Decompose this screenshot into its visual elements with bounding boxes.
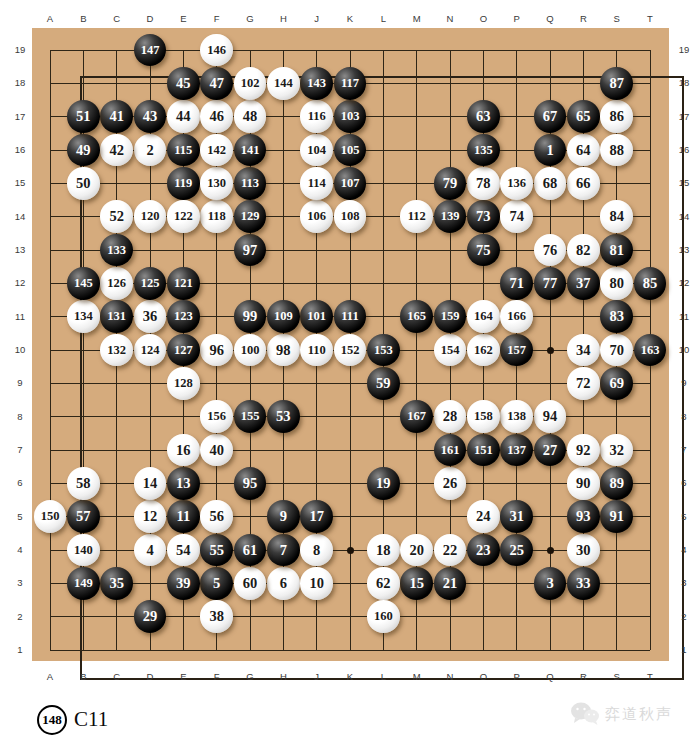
column-label-S: S (605, 670, 629, 684)
black-stone-51: 51 (67, 100, 100, 133)
column-label-K: K (338, 12, 362, 26)
row-label-19: 19 (672, 43, 696, 57)
white-stone-162: 162 (467, 334, 500, 367)
column-label-C: C (105, 670, 129, 684)
white-stone-14: 14 (134, 467, 167, 500)
black-stone-137: 137 (500, 434, 533, 467)
column-label-F: F (205, 670, 229, 684)
black-stone-95: 95 (234, 467, 267, 500)
black-stone-145: 145 (67, 267, 100, 300)
black-stone-113: 113 (234, 167, 267, 200)
row-label-8: 8 (672, 410, 696, 424)
white-stone-6: 6 (267, 567, 300, 600)
white-stone-92: 92 (567, 434, 600, 467)
white-stone-158: 158 (467, 400, 500, 433)
black-stone-65: 65 (567, 100, 600, 133)
white-stone-30: 30 (567, 534, 600, 567)
column-label-T: T (638, 670, 662, 684)
white-stone-56: 56 (200, 500, 233, 533)
row-label-7: 7 (8, 443, 32, 457)
column-label-N: N (438, 12, 462, 26)
black-stone-81: 81 (600, 234, 633, 267)
white-stone-72: 72 (567, 367, 600, 400)
white-stone-50: 50 (67, 167, 100, 200)
row-label-14: 14 (8, 210, 32, 224)
black-stone-129: 129 (234, 200, 267, 233)
white-stone-16: 16 (167, 434, 200, 467)
row-label-2: 2 (8, 610, 32, 624)
column-label-H: H (271, 12, 295, 26)
white-stone-42: 42 (100, 134, 133, 167)
white-stone-128: 128 (167, 367, 200, 400)
white-stone-132: 132 (100, 334, 133, 367)
black-stone-93: 93 (567, 500, 600, 533)
white-stone-66: 66 (567, 167, 600, 200)
white-stone-126: 126 (100, 267, 133, 300)
white-stone-20: 20 (400, 534, 433, 567)
white-stone-38: 38 (200, 600, 233, 633)
watermark-text: 弈道秋声 (605, 705, 673, 724)
column-label-E: E (171, 670, 195, 684)
white-stone-82: 82 (567, 234, 600, 267)
white-stone-140: 140 (67, 534, 100, 567)
white-stone-26: 26 (434, 467, 467, 500)
white-stone-156: 156 (200, 400, 233, 433)
row-label-5: 5 (672, 510, 696, 524)
black-stone-25: 25 (500, 534, 533, 567)
white-stone-164: 164 (467, 300, 500, 333)
column-label-S: S (605, 12, 629, 26)
white-stone-166: 166 (500, 300, 533, 333)
white-stone-112: 112 (400, 200, 433, 233)
black-stone-37: 37 (567, 267, 600, 300)
black-stone-17: 17 (300, 500, 333, 533)
white-stone-46: 46 (200, 100, 233, 133)
column-label-N: N (438, 670, 462, 684)
row-label-10: 10 (8, 343, 32, 357)
white-stone-136: 136 (500, 167, 533, 200)
row-label-9: 9 (8, 376, 32, 390)
row-label-15: 15 (672, 176, 696, 190)
column-label-T: T (638, 12, 662, 26)
row-label-14: 14 (672, 210, 696, 224)
row-label-12: 12 (672, 276, 696, 290)
black-stone-9: 9 (267, 500, 300, 533)
black-stone-111: 111 (334, 300, 367, 333)
column-label-O: O (471, 670, 495, 684)
black-stone-47: 47 (200, 67, 233, 100)
row-label-17: 17 (672, 110, 696, 124)
white-stone-130: 130 (200, 167, 233, 200)
column-label-L: L (371, 12, 395, 26)
black-stone-91: 91 (600, 500, 633, 533)
star-point (547, 547, 554, 554)
black-stone-159: 159 (434, 300, 467, 333)
row-label-3: 3 (8, 576, 32, 590)
column-label-Q: Q (538, 12, 562, 26)
white-stone-118: 118 (200, 200, 233, 233)
black-stone-67: 67 (534, 100, 567, 133)
black-stone-139: 139 (434, 200, 467, 233)
row-label-2: 2 (672, 610, 696, 624)
watermark: 弈道秋声 (570, 701, 673, 727)
caption-move-number: 148 (42, 712, 62, 728)
black-stone-103: 103 (334, 100, 367, 133)
grid-line-h (50, 650, 650, 651)
white-stone-88: 88 (600, 134, 633, 167)
black-stone-165: 165 (400, 300, 433, 333)
white-stone-36: 36 (134, 300, 167, 333)
white-stone-138: 138 (500, 400, 533, 433)
black-stone-73: 73 (467, 200, 500, 233)
row-label-1: 1 (672, 643, 696, 657)
white-stone-12: 12 (134, 500, 167, 533)
column-label-M: M (405, 670, 429, 684)
white-stone-40: 40 (200, 434, 233, 467)
row-label-4: 4 (8, 543, 32, 557)
black-stone-117: 117 (334, 67, 367, 100)
white-stone-74: 74 (500, 200, 533, 233)
black-stone-85: 85 (634, 267, 667, 300)
black-stone-21: 21 (434, 567, 467, 600)
white-stone-120: 120 (134, 200, 167, 233)
row-label-7: 7 (672, 443, 696, 457)
goban: 1234567891011121314151617181920212223242… (32, 28, 669, 661)
black-stone-55: 55 (200, 534, 233, 567)
row-label-17: 17 (8, 110, 32, 124)
column-label-C: C (105, 12, 129, 26)
white-stone-62: 62 (367, 567, 400, 600)
black-stone-31: 31 (500, 500, 533, 533)
black-stone-45: 45 (167, 67, 200, 100)
star-point (547, 347, 554, 354)
white-stone-78: 78 (467, 167, 500, 200)
row-label-8: 8 (8, 410, 32, 424)
black-stone-33: 33 (567, 567, 600, 600)
column-label-K: K (338, 670, 362, 684)
white-stone-106: 106 (300, 200, 333, 233)
black-stone-69: 69 (600, 367, 633, 400)
caption-white-stone: 148 (37, 705, 67, 735)
white-stone-114: 114 (300, 167, 333, 200)
star-point (347, 547, 354, 554)
row-label-13: 13 (8, 243, 32, 257)
black-stone-143: 143 (300, 67, 333, 100)
white-stone-28: 28 (434, 400, 467, 433)
column-label-F: F (205, 12, 229, 26)
black-stone-167: 167 (400, 400, 433, 433)
black-stone-127: 127 (167, 334, 200, 367)
black-stone-131: 131 (100, 300, 133, 333)
white-stone-24: 24 (467, 500, 500, 533)
row-label-4: 4 (672, 543, 696, 557)
black-stone-109: 109 (267, 300, 300, 333)
column-label-D: D (138, 12, 162, 26)
black-stone-155: 155 (234, 400, 267, 433)
black-stone-35: 35 (100, 567, 133, 600)
white-stone-104: 104 (300, 134, 333, 167)
black-stone-89: 89 (600, 467, 633, 500)
row-label-10: 10 (672, 343, 696, 357)
black-stone-107: 107 (334, 167, 367, 200)
row-label-13: 13 (672, 243, 696, 257)
caption-move-note: 148 C11 (37, 704, 108, 735)
caption-point: C11 (74, 707, 108, 732)
white-stone-98: 98 (267, 334, 300, 367)
row-label-11: 11 (8, 310, 32, 324)
white-stone-48: 48 (234, 100, 267, 133)
white-stone-108: 108 (334, 200, 367, 233)
white-stone-102: 102 (234, 67, 267, 100)
column-label-B: B (71, 12, 95, 26)
row-label-18: 18 (8, 76, 32, 90)
black-stone-133: 133 (100, 234, 133, 267)
row-label-19: 19 (8, 43, 32, 57)
black-stone-87: 87 (600, 67, 633, 100)
row-label-15: 15 (8, 176, 32, 190)
column-label-H: H (271, 670, 295, 684)
black-stone-3: 3 (534, 567, 567, 600)
white-stone-8: 8 (300, 534, 333, 567)
row-label-6: 6 (8, 476, 32, 490)
black-stone-115: 115 (167, 134, 200, 167)
row-label-18: 18 (672, 76, 696, 90)
white-stone-122: 122 (167, 200, 200, 233)
white-stone-60: 60 (234, 567, 267, 600)
white-stone-10: 10 (300, 567, 333, 600)
column-label-B: B (71, 670, 95, 684)
white-stone-32: 32 (600, 434, 633, 467)
black-stone-135: 135 (467, 134, 500, 167)
white-stone-90: 90 (567, 467, 600, 500)
grid-line-h (50, 383, 650, 384)
white-stone-144: 144 (267, 67, 300, 100)
black-stone-125: 125 (134, 267, 167, 300)
white-stone-34: 34 (567, 334, 600, 367)
black-stone-99: 99 (234, 300, 267, 333)
black-stone-43: 43 (134, 100, 167, 133)
black-stone-123: 123 (167, 300, 200, 333)
row-label-6: 6 (672, 476, 696, 490)
black-stone-121: 121 (167, 267, 200, 300)
white-stone-64: 64 (567, 134, 600, 167)
black-stone-39: 39 (167, 567, 200, 600)
black-stone-75: 75 (467, 234, 500, 267)
black-stone-29: 29 (134, 600, 167, 633)
black-stone-71: 71 (500, 267, 533, 300)
column-label-J: J (305, 12, 329, 26)
column-label-G: G (238, 670, 262, 684)
column-label-M: M (405, 12, 429, 26)
column-label-L: L (371, 670, 395, 684)
black-stone-59: 59 (367, 367, 400, 400)
black-stone-11: 11 (167, 500, 200, 533)
wechat-chat-bubbles-icon (570, 701, 600, 727)
black-stone-157: 157 (500, 334, 533, 367)
black-stone-13: 13 (167, 467, 200, 500)
black-stone-7: 7 (267, 534, 300, 567)
black-stone-15: 15 (400, 567, 433, 600)
white-stone-58: 58 (67, 467, 100, 500)
white-stone-110: 110 (300, 334, 333, 367)
white-stone-142: 142 (200, 134, 233, 167)
row-label-16: 16 (8, 143, 32, 157)
white-stone-150: 150 (34, 500, 67, 533)
white-stone-18: 18 (367, 534, 400, 567)
black-stone-41: 41 (100, 100, 133, 133)
black-stone-151: 151 (467, 434, 500, 467)
black-stone-57: 57 (67, 500, 100, 533)
white-stone-84: 84 (600, 200, 633, 233)
black-stone-119: 119 (167, 167, 200, 200)
column-label-J: J (305, 670, 329, 684)
row-label-12: 12 (8, 276, 32, 290)
column-label-O: O (471, 12, 495, 26)
column-label-Q: Q (538, 670, 562, 684)
black-stone-83: 83 (600, 300, 633, 333)
row-label-3: 3 (672, 576, 696, 590)
white-stone-52: 52 (100, 200, 133, 233)
black-stone-19: 19 (367, 467, 400, 500)
row-label-5: 5 (8, 510, 32, 524)
white-stone-94: 94 (534, 400, 567, 433)
go-kifu-page: 1234567891011121314151617181920212223242… (0, 0, 700, 749)
row-label-1: 1 (8, 643, 32, 657)
white-stone-146: 146 (200, 34, 233, 67)
column-label-R: R (571, 670, 595, 684)
row-label-9: 9 (672, 376, 696, 390)
column-label-D: D (138, 670, 162, 684)
column-label-A: A (38, 670, 62, 684)
white-stone-96: 96 (200, 334, 233, 367)
white-stone-44: 44 (167, 100, 200, 133)
column-label-R: R (571, 12, 595, 26)
column-label-A: A (38, 12, 62, 26)
white-stone-116: 116 (300, 100, 333, 133)
black-stone-77: 77 (534, 267, 567, 300)
white-stone-86: 86 (600, 100, 633, 133)
white-stone-68: 68 (534, 167, 567, 200)
column-label-P: P (505, 670, 529, 684)
black-stone-147: 147 (134, 34, 167, 67)
black-stone-49: 49 (67, 134, 100, 167)
black-stone-5: 5 (200, 567, 233, 600)
black-stone-79: 79 (434, 167, 467, 200)
column-label-G: G (238, 12, 262, 26)
black-stone-153: 153 (367, 334, 400, 367)
white-stone-80: 80 (600, 267, 633, 300)
column-label-P: P (505, 12, 529, 26)
column-label-E: E (171, 12, 195, 26)
row-label-16: 16 (672, 143, 696, 157)
black-stone-101: 101 (300, 300, 333, 333)
row-label-11: 11 (672, 310, 696, 324)
white-stone-70: 70 (600, 334, 633, 367)
black-stone-149: 149 (67, 567, 100, 600)
black-stone-23: 23 (467, 534, 500, 567)
black-stone-63: 63 (467, 100, 500, 133)
black-stone-53: 53 (267, 400, 300, 433)
white-stone-54: 54 (167, 534, 200, 567)
white-stone-134: 134 (67, 300, 100, 333)
white-stone-160: 160 (367, 600, 400, 633)
